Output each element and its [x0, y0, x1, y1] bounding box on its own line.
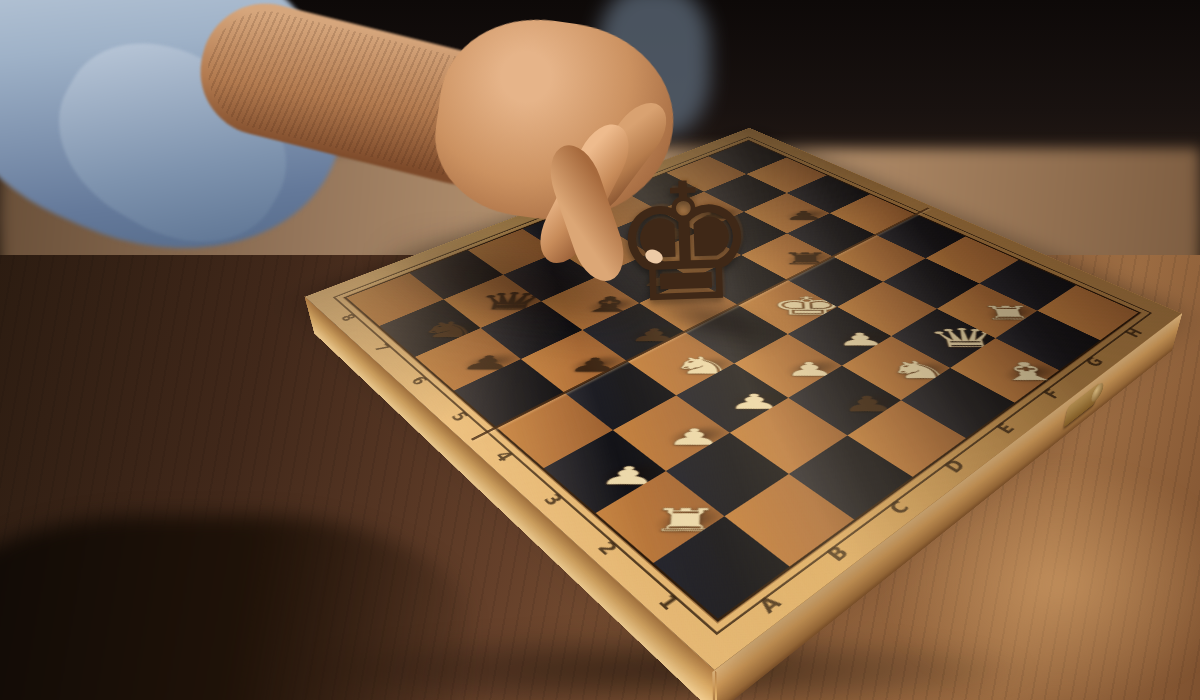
- piece-white-king[interactable]: ♚: [769, 295, 847, 318]
- piece-black-rook[interactable]: ♜: [779, 252, 832, 266]
- square-c1[interactable]: [789, 435, 913, 519]
- piece-shadow: [664, 421, 735, 452]
- piece-white-pawn[interactable]: ♟: [596, 465, 659, 487]
- piece-shadow: [674, 354, 739, 380]
- piece-white-pawn[interactable]: ♟: [783, 361, 838, 378]
- square-f1[interactable]: ♝: [950, 338, 1059, 402]
- piece-white-knight[interactable]: ♞: [883, 359, 955, 381]
- square-a5[interactable]: [454, 359, 565, 427]
- square-c2[interactable]: [730, 398, 848, 474]
- piece-white-pawn[interactable]: ♟: [727, 393, 783, 412]
- piece-shadow: [652, 502, 730, 539]
- square-b1[interactable]: [724, 474, 854, 567]
- square-b4[interactable]: [565, 361, 676, 430]
- piece-shadow: [598, 458, 671, 492]
- piece-white-pawn[interactable]: ♟: [665, 427, 724, 448]
- piece-shadow: [462, 349, 524, 374]
- square-f2[interactable]: ♛: [891, 309, 995, 368]
- square-d1[interactable]: [847, 400, 965, 477]
- square-e3[interactable]: ♟: [788, 307, 892, 366]
- foreground-table-blur: [0, 515, 470, 700]
- piece-shadow: [782, 356, 848, 382]
- piece-black-knight[interactable]: ♞: [413, 320, 484, 339]
- square-b3[interactable]: ♟: [613, 395, 730, 471]
- square-d2[interactable]: ♟: [788, 366, 901, 436]
- square-b2[interactable]: [666, 433, 789, 516]
- latch-pin-icon: [1090, 380, 1105, 405]
- square-e2[interactable]: ♞: [842, 336, 950, 400]
- piece-white-knight[interactable]: ♞: [668, 355, 735, 376]
- photo-scene: ♞♛♜♟♟♝♟♟♟♟♜♞♚♟♟♟♟♟♜♟♞♛♜♝ 87654321 ABCDEF…: [0, 0, 1200, 700]
- piece-white-queen[interactable]: ♛: [924, 327, 1007, 350]
- piece-white-rook[interactable]: ♜: [648, 506, 723, 535]
- piece-black-pawn[interactable]: ♟: [458, 355, 516, 372]
- piece-shadow: [890, 358, 957, 384]
- piece-shadow: [726, 387, 794, 415]
- square-c3[interactable]: ♟: [676, 363, 788, 432]
- piece-white-rook[interactable]: ♜: [977, 305, 1040, 322]
- piece-black-pawn[interactable]: ♟: [839, 395, 898, 414]
- piece-black-pawn[interactable]: ♟: [783, 210, 826, 221]
- piece-white-pawn[interactable]: ♟: [834, 332, 888, 348]
- square-e1[interactable]: [901, 368, 1014, 438]
- piece-shadow: [838, 389, 908, 417]
